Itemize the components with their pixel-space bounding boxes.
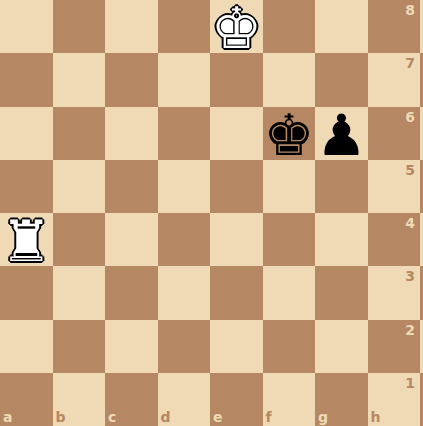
square-c6[interactable] [105,107,158,160]
square-a1[interactable]: a [0,373,53,426]
square-h5[interactable]: 5 [368,160,421,213]
square-f3[interactable] [263,266,316,319]
square-e4[interactable] [210,213,263,266]
piece-white-rook[interactable]: ♜ [0,215,53,268]
square-d2[interactable] [158,320,211,373]
square-e2[interactable] [210,320,263,373]
square-c7[interactable] [105,53,158,106]
square-g7[interactable] [315,53,368,106]
rank-label-7: 7 [405,56,415,70]
square-h7[interactable]: 7 [368,53,421,106]
square-e8[interactable]: ♚ [210,0,263,53]
chess-board-container: ♚87♚♟65♜432abcdefg1h [0,0,423,426]
file-label-f: f [266,410,272,424]
file-label-c: c [108,410,116,424]
square-c1[interactable]: c [105,373,158,426]
rank-label-4: 4 [405,216,415,230]
square-d7[interactable] [158,53,211,106]
square-g3[interactable] [315,266,368,319]
rank-label-6: 6 [405,110,415,124]
piece-black-pawn[interactable]: ♟ [315,109,368,162]
square-a3[interactable] [0,266,53,319]
file-label-d: d [161,410,171,424]
chess-board: ♚87♚♟65♜432abcdefg1h [0,0,423,426]
square-c8[interactable] [105,0,158,53]
square-e3[interactable] [210,266,263,319]
file-label-h: h [371,410,381,424]
square-d1[interactable]: d [158,373,211,426]
square-g1[interactable]: g [315,373,368,426]
square-f6[interactable]: ♚ [263,107,316,160]
square-e6[interactable] [210,107,263,160]
square-f5[interactable] [263,160,316,213]
square-a5[interactable] [0,160,53,213]
square-f8[interactable] [263,0,316,53]
square-h4[interactable]: 4 [368,213,421,266]
square-a2[interactable] [0,320,53,373]
rank-label-3: 3 [405,269,415,283]
square-f1[interactable]: f [263,373,316,426]
square-a7[interactable] [0,53,53,106]
rank-label-8: 8 [405,3,415,17]
square-b3[interactable] [53,266,106,319]
square-b4[interactable] [53,213,106,266]
square-e1[interactable]: e [210,373,263,426]
square-c4[interactable] [105,213,158,266]
file-label-b: b [56,410,66,424]
square-e7[interactable] [210,53,263,106]
rank-label-2: 2 [405,323,415,337]
square-a8[interactable] [0,0,53,53]
square-g5[interactable] [315,160,368,213]
square-a4[interactable]: ♜ [0,213,53,266]
square-g4[interactable] [315,213,368,266]
square-b7[interactable] [53,53,106,106]
square-g8[interactable] [315,0,368,53]
square-c5[interactable] [105,160,158,213]
square-a6[interactable] [0,107,53,160]
square-d8[interactable] [158,0,211,53]
square-h8[interactable]: 8 [368,0,421,53]
file-label-e: e [213,410,223,424]
file-label-a: a [3,410,12,424]
square-e5[interactable] [210,160,263,213]
square-d3[interactable] [158,266,211,319]
piece-black-king[interactable]: ♚ [263,109,316,162]
square-b5[interactable] [53,160,106,213]
rank-label-5: 5 [405,163,415,177]
square-f4[interactable] [263,213,316,266]
square-h2[interactable]: 2 [368,320,421,373]
piece-white-king[interactable]: ♚ [210,2,263,55]
square-b6[interactable] [53,107,106,160]
square-d4[interactable] [158,213,211,266]
file-label-g: g [318,410,328,424]
square-h1[interactable]: 1h [368,373,421,426]
square-h6[interactable]: 6 [368,107,421,160]
square-b2[interactable] [53,320,106,373]
square-d5[interactable] [158,160,211,213]
square-f7[interactable] [263,53,316,106]
square-c3[interactable] [105,266,158,319]
square-c2[interactable] [105,320,158,373]
square-h3[interactable]: 3 [368,266,421,319]
square-g2[interactable] [315,320,368,373]
square-b1[interactable]: b [53,373,106,426]
square-b8[interactable] [53,0,106,53]
square-f2[interactable] [263,320,316,373]
rank-label-1: 1 [405,376,415,390]
square-g6[interactable]: ♟ [315,107,368,160]
square-d6[interactable] [158,107,211,160]
